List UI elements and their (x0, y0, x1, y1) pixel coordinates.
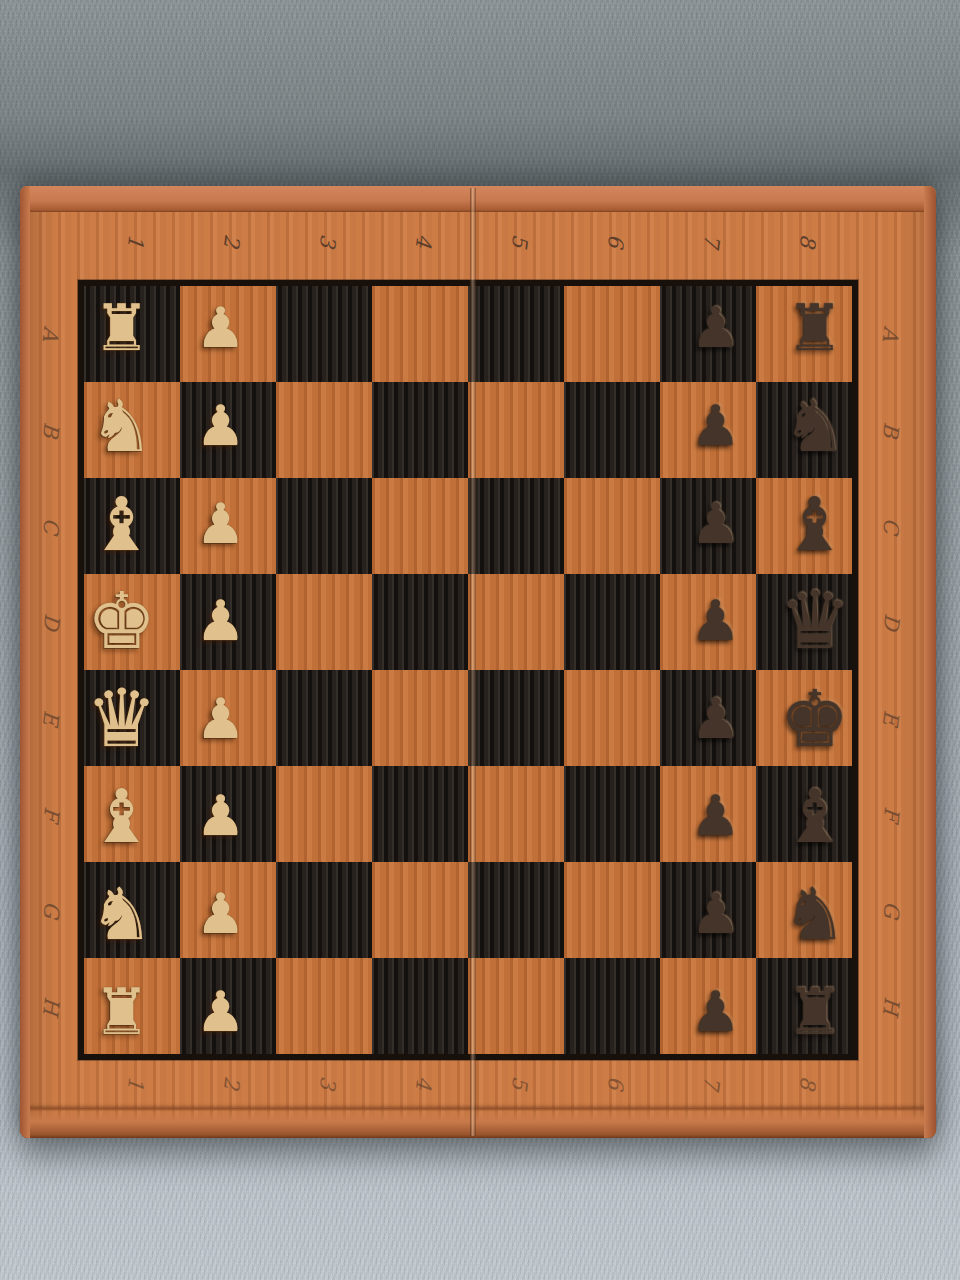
square-e4[interactable] (372, 670, 468, 766)
box-edge-top (20, 186, 936, 212)
square-f7[interactable]: ♟ (660, 766, 756, 862)
coord-right-f: F (878, 805, 904, 822)
square-g5[interactable] (468, 862, 564, 958)
square-g4[interactable] (372, 862, 468, 958)
black-rook-a8[interactable]: ♜ (786, 296, 843, 360)
square-c2[interactable]: ♟ (180, 478, 276, 574)
square-d1[interactable]: ♚ (84, 574, 180, 670)
square-c6[interactable] (564, 478, 660, 574)
coord-bottom-7-cell: 7 (664, 1066, 760, 1100)
square-h6[interactable] (564, 958, 660, 1054)
square-f6[interactable] (564, 766, 660, 862)
coord-top-4: 4 (411, 233, 436, 249)
square-g8[interactable]: ♞ (756, 862, 852, 958)
coord-top-3: 3 (315, 233, 340, 249)
coord-right-a-cell: A (874, 286, 908, 382)
coord-bottom-2: 2 (219, 1075, 244, 1091)
coord-top-8: 8 (795, 233, 820, 249)
coord-top-2-cell: 2 (184, 224, 280, 258)
coord-right-g-cell: G (874, 862, 908, 958)
coord-left-e-cell: E (34, 670, 68, 766)
coord-left-a: A (38, 325, 64, 343)
white-pawn-c2[interactable]: ♟ (195, 496, 245, 552)
coord-top-7-cell: 7 (664, 224, 760, 258)
square-h7[interactable]: ♟ (660, 958, 756, 1054)
box-edge-left (20, 186, 30, 1138)
square-b7[interactable]: ♟ (660, 382, 756, 478)
square-e6[interactable] (564, 670, 660, 766)
coord-top-8-cell: 8 (760, 224, 856, 258)
coords-bottom: 12345678 (88, 1066, 856, 1100)
square-b6[interactable] (564, 382, 660, 478)
coord-bottom-1-cell: 1 (88, 1066, 184, 1100)
square-h2[interactable]: ♟ (180, 958, 276, 1054)
square-a6[interactable] (564, 286, 660, 382)
square-b2[interactable]: ♟ (180, 382, 276, 478)
coord-left-b-cell: B (34, 382, 68, 478)
coord-left-g-cell: G (34, 862, 68, 958)
coord-right-g: G (878, 900, 904, 920)
square-e1[interactable]: ♛ (84, 670, 180, 766)
square-b4[interactable] (372, 382, 468, 478)
square-e2[interactable]: ♟ (180, 670, 276, 766)
couch-fabric-background: 12345678 12345678 ABCDEFGH ABCDEFGH ♜♟♟♜… (0, 0, 960, 1280)
coord-left-h-cell: H (34, 958, 68, 1054)
white-queen-e1[interactable]: ♛ (86, 679, 158, 759)
coord-top-3-cell: 3 (280, 224, 376, 258)
coord-right-c-cell: C (874, 478, 908, 574)
white-pawn-b2[interactable]: ♟ (195, 398, 245, 454)
coord-right-c: C (878, 517, 904, 536)
coord-bottom-1: 1 (123, 1075, 148, 1091)
coord-top-1: 1 (123, 233, 148, 249)
coord-top-5: 5 (507, 233, 532, 249)
square-b3[interactable] (276, 382, 372, 478)
black-pawn-h7[interactable]: ♟ (690, 984, 740, 1040)
square-h5[interactable] (468, 958, 564, 1054)
coords-top: 12345678 (88, 224, 856, 258)
black-pawn-a7[interactable]: ♟ (690, 300, 740, 356)
black-pawn-f7[interactable]: ♟ (690, 788, 740, 844)
white-pawn-d2[interactable]: ♟ (195, 593, 245, 649)
coord-left-a-cell: A (34, 286, 68, 382)
coord-top-5-cell: 5 (472, 224, 568, 258)
white-king-d1[interactable]: ♚ (87, 582, 157, 660)
coord-right-e: E (878, 709, 904, 727)
square-b1[interactable]: ♞ (84, 382, 180, 478)
coords-right: ABCDEFGH (874, 286, 908, 1054)
square-f2[interactable]: ♟ (180, 766, 276, 862)
white-pawn-h2[interactable]: ♟ (195, 984, 245, 1040)
coord-right-e-cell: E (874, 670, 908, 766)
white-rook-a1[interactable]: ♜ (93, 296, 150, 360)
square-f3[interactable] (276, 766, 372, 862)
square-d3[interactable] (276, 574, 372, 670)
coord-right-h-cell: H (874, 958, 908, 1054)
black-bishop-f8[interactable]: ♝ (781, 779, 847, 853)
square-a8[interactable]: ♜ (756, 286, 852, 382)
black-queen-d8[interactable]: ♛ (779, 581, 851, 661)
coord-bottom-3: 3 (315, 1075, 340, 1091)
black-knight-g8[interactable]: ♞ (782, 878, 847, 950)
coord-bottom-7: 7 (699, 1075, 724, 1091)
white-knight-b1[interactable]: ♞ (89, 390, 154, 462)
black-pawn-d7[interactable]: ♟ (690, 593, 740, 649)
coord-left-f: F (38, 805, 64, 822)
coord-top-6: 6 (603, 233, 628, 249)
coord-right-b-cell: B (874, 382, 908, 478)
coord-bottom-8-cell: 8 (760, 1066, 856, 1100)
white-pawn-f2[interactable]: ♟ (195, 788, 245, 844)
box-edge-right (924, 186, 936, 1138)
square-a4[interactable] (372, 286, 468, 382)
coord-right-d: D (878, 612, 904, 632)
coords-left: ABCDEFGH (34, 286, 68, 1054)
black-pawn-g7[interactable]: ♟ (690, 886, 740, 942)
square-g2[interactable]: ♟ (180, 862, 276, 958)
square-a5[interactable] (468, 286, 564, 382)
square-a3[interactable] (276, 286, 372, 382)
coord-right-d-cell: D (874, 574, 908, 670)
square-b8[interactable]: ♞ (756, 382, 852, 478)
square-e8[interactable]: ♚ (756, 670, 852, 766)
white-pawn-a2[interactable]: ♟ (195, 300, 245, 356)
coord-bottom-2-cell: 2 (184, 1066, 280, 1100)
square-h1[interactable]: ♜ (84, 958, 180, 1054)
coord-right-b: B (878, 421, 904, 439)
square-d6[interactable] (564, 574, 660, 670)
square-h4[interactable] (372, 958, 468, 1054)
square-d4[interactable] (372, 574, 468, 670)
coord-top-2: 2 (219, 233, 244, 249)
coord-bottom-3-cell: 3 (280, 1066, 376, 1100)
square-c8[interactable]: ♝ (756, 478, 852, 574)
square-c1[interactable]: ♝ (84, 478, 180, 574)
box-edge-bottom (20, 1108, 936, 1138)
square-c3[interactable] (276, 478, 372, 574)
wooden-chess-box: 12345678 12345678 ABCDEFGH ABCDEFGH ♜♟♟♜… (20, 186, 936, 1138)
coord-bottom-5-cell: 5 (472, 1066, 568, 1100)
coord-left-h: H (38, 995, 64, 1016)
coord-right-h: H (878, 995, 904, 1016)
coord-right-a: A (878, 325, 904, 343)
coord-bottom-4: 4 (411, 1075, 436, 1091)
coord-bottom-4-cell: 4 (376, 1066, 472, 1100)
square-a7[interactable]: ♟ (660, 286, 756, 382)
white-pawn-e2[interactable]: ♟ (195, 691, 245, 747)
coord-left-e: E (38, 709, 64, 727)
white-bishop-c1[interactable]: ♝ (88, 487, 154, 561)
coord-left-b: B (38, 421, 64, 439)
black-bishop-c8[interactable]: ♝ (781, 487, 847, 561)
coord-left-d: D (38, 612, 64, 632)
square-f4[interactable] (372, 766, 468, 862)
coord-left-c: C (38, 517, 64, 536)
square-f8[interactable]: ♝ (756, 766, 852, 862)
square-f5[interactable] (468, 766, 564, 862)
white-knight-g1[interactable]: ♞ (89, 878, 154, 950)
coord-bottom-8: 8 (795, 1075, 820, 1091)
coord-left-f-cell: F (34, 766, 68, 862)
square-d7[interactable]: ♟ (660, 574, 756, 670)
square-c4[interactable] (372, 478, 468, 574)
coord-top-4-cell: 4 (376, 224, 472, 258)
white-bishop-f1[interactable]: ♝ (88, 779, 154, 853)
white-pawn-g2[interactable]: ♟ (195, 886, 245, 942)
square-h8[interactable]: ♜ (756, 958, 852, 1054)
square-e3[interactable] (276, 670, 372, 766)
board-grid: ♜♟♟♜♞♟♟♞♝♟♟♝♚♟♟♛♛♟♟♚♝♟♟♝♞♟♟♞♜♟♟♜ (78, 280, 858, 1060)
square-a1[interactable]: ♜ (84, 286, 180, 382)
square-b5[interactable] (468, 382, 564, 478)
coord-top-7: 7 (699, 233, 724, 249)
square-c7[interactable]: ♟ (660, 478, 756, 574)
square-c5[interactable] (468, 478, 564, 574)
coord-right-f-cell: F (874, 766, 908, 862)
square-g1[interactable]: ♞ (84, 862, 180, 958)
coord-left-c-cell: C (34, 478, 68, 574)
coord-bottom-5: 5 (507, 1075, 532, 1091)
coord-left-g: G (38, 900, 64, 920)
coord-bottom-6: 6 (603, 1075, 628, 1091)
coord-top-6-cell: 6 (568, 224, 664, 258)
black-knight-b8[interactable]: ♞ (782, 390, 847, 462)
black-king-e8[interactable]: ♚ (780, 680, 850, 758)
square-g7[interactable]: ♟ (660, 862, 756, 958)
square-f1[interactable]: ♝ (84, 766, 180, 862)
square-d5[interactable] (468, 574, 564, 670)
coord-left-d-cell: D (34, 574, 68, 670)
square-e7[interactable]: ♟ (660, 670, 756, 766)
square-a2[interactable]: ♟ (180, 286, 276, 382)
black-pawn-e7[interactable]: ♟ (690, 691, 740, 747)
square-d8[interactable]: ♛ (756, 574, 852, 670)
square-g3[interactable] (276, 862, 372, 958)
white-rook-h1[interactable]: ♜ (93, 980, 150, 1044)
square-h3[interactable] (276, 958, 372, 1054)
coord-top-1-cell: 1 (88, 224, 184, 258)
black-rook-h8[interactable]: ♜ (786, 980, 843, 1044)
square-d2[interactable]: ♟ (180, 574, 276, 670)
square-e5[interactable] (468, 670, 564, 766)
square-g6[interactable] (564, 862, 660, 958)
black-pawn-b7[interactable]: ♟ (690, 398, 740, 454)
black-pawn-c7[interactable]: ♟ (690, 496, 740, 552)
coord-bottom-6-cell: 6 (568, 1066, 664, 1100)
